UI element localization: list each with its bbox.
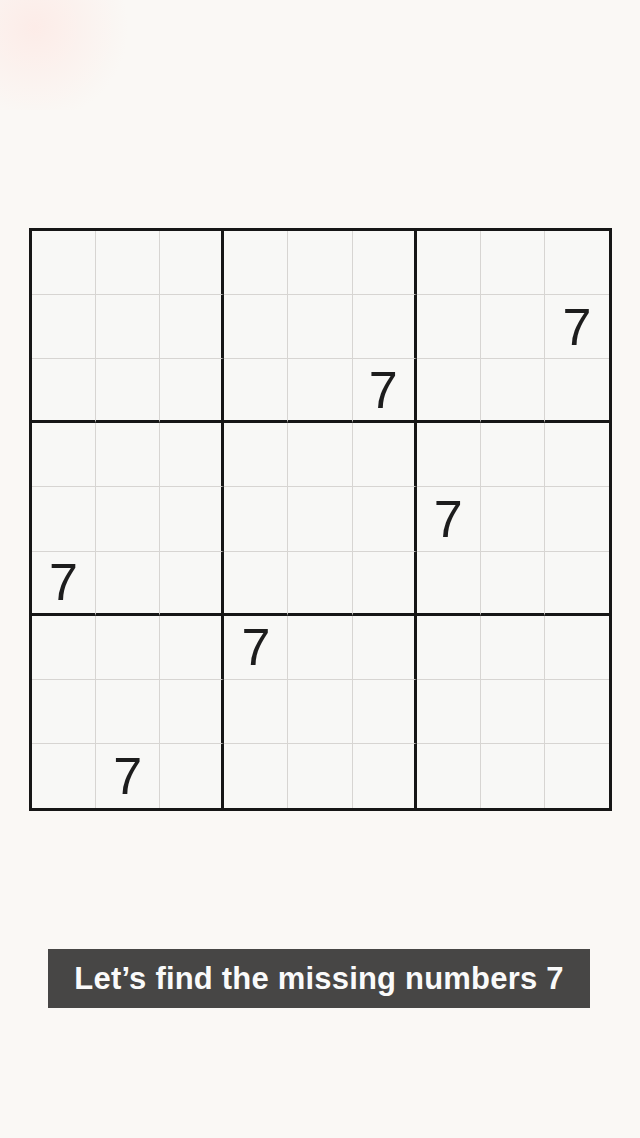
- sudoku-cell-r6c7[interactable]: [417, 552, 481, 616]
- sudoku-cell-r8c4[interactable]: [224, 680, 288, 744]
- sudoku-cell-r9c7[interactable]: [417, 744, 481, 808]
- sudoku-cell-r4c9[interactable]: [545, 423, 609, 487]
- sudoku-cell-r9c1[interactable]: [32, 744, 96, 808]
- sudoku-cell-r5c4[interactable]: [224, 487, 288, 551]
- sudoku-cell-r5c3[interactable]: [160, 487, 224, 551]
- sudoku-cell-r7c1[interactable]: [32, 616, 96, 680]
- sudoku-cell-r8c1[interactable]: [32, 680, 96, 744]
- sudoku-cell-r5c9[interactable]: [545, 487, 609, 551]
- sudoku-cell-r2c1[interactable]: [32, 295, 96, 359]
- sudoku-cell-r8c7[interactable]: [417, 680, 481, 744]
- sudoku-cell-r1c4[interactable]: [224, 231, 288, 295]
- sudoku-cell-r6c3[interactable]: [160, 552, 224, 616]
- page: 777777 Let’s find the missing numbers 7: [0, 0, 640, 1138]
- sudoku-cell-r3c4[interactable]: [224, 359, 288, 423]
- sudoku-cell-r7c8[interactable]: [481, 616, 545, 680]
- sudoku-cell-r9c8[interactable]: [481, 744, 545, 808]
- sudoku-cell-r8c6[interactable]: [353, 680, 417, 744]
- sudoku-cell-r3c3[interactable]: [160, 359, 224, 423]
- sudoku-cell-r5c8[interactable]: [481, 487, 545, 551]
- sudoku-cell-r6c2[interactable]: [96, 552, 160, 616]
- sudoku-cell-r8c8[interactable]: [481, 680, 545, 744]
- sudoku-cell-r7c4[interactable]: 7: [224, 616, 288, 680]
- sudoku-cell-r2c5[interactable]: [288, 295, 352, 359]
- sudoku-cell-r6c1[interactable]: 7: [32, 552, 96, 616]
- sudoku-cell-r8c5[interactable]: [288, 680, 352, 744]
- sudoku-cell-r3c9[interactable]: [545, 359, 609, 423]
- sudoku-cell-r1c1[interactable]: [32, 231, 96, 295]
- caption-text: Let’s find the missing numbers 7: [74, 963, 563, 994]
- sudoku-cell-r3c2[interactable]: [96, 359, 160, 423]
- sudoku-cell-r4c6[interactable]: [353, 423, 417, 487]
- sudoku-cell-r7c3[interactable]: [160, 616, 224, 680]
- sudoku-cell-r8c3[interactable]: [160, 680, 224, 744]
- sudoku-cell-r7c5[interactable]: [288, 616, 352, 680]
- sudoku-cell-r7c2[interactable]: [96, 616, 160, 680]
- caption-banner: Let’s find the missing numbers 7: [48, 949, 590, 1008]
- sudoku-cell-r2c6[interactable]: [353, 295, 417, 359]
- sudoku-cell-r1c9[interactable]: [545, 231, 609, 295]
- sudoku-cell-r1c5[interactable]: [288, 231, 352, 295]
- sudoku-cell-r6c4[interactable]: [224, 552, 288, 616]
- sudoku-cell-r7c9[interactable]: [545, 616, 609, 680]
- sudoku-cell-r4c5[interactable]: [288, 423, 352, 487]
- sudoku-cell-r4c7[interactable]: [417, 423, 481, 487]
- sudoku-cell-r8c2[interactable]: [96, 680, 160, 744]
- sudoku-cell-r3c7[interactable]: [417, 359, 481, 423]
- sudoku-cell-r9c6[interactable]: [353, 744, 417, 808]
- background-artifact: [0, 0, 140, 110]
- sudoku-cell-r3c1[interactable]: [32, 359, 96, 423]
- sudoku-cell-r5c6[interactable]: [353, 487, 417, 551]
- sudoku-cell-r2c4[interactable]: [224, 295, 288, 359]
- sudoku-cell-r9c3[interactable]: [160, 744, 224, 808]
- sudoku-cell-r1c8[interactable]: [481, 231, 545, 295]
- sudoku-cell-r3c8[interactable]: [481, 359, 545, 423]
- sudoku-cell-r4c1[interactable]: [32, 423, 96, 487]
- sudoku-cell-r5c5[interactable]: [288, 487, 352, 551]
- sudoku-cell-r4c8[interactable]: [481, 423, 545, 487]
- sudoku-cell-r6c5[interactable]: [288, 552, 352, 616]
- sudoku-cell-r5c1[interactable]: [32, 487, 96, 551]
- sudoku-cell-r7c7[interactable]: [417, 616, 481, 680]
- sudoku-cell-r9c2[interactable]: 7: [96, 744, 160, 808]
- sudoku-cell-r8c9[interactable]: [545, 680, 609, 744]
- sudoku-cell-r4c4[interactable]: [224, 423, 288, 487]
- sudoku-cell-r9c5[interactable]: [288, 744, 352, 808]
- sudoku-cell-r2c9[interactable]: 7: [545, 295, 609, 359]
- sudoku-cell-r4c3[interactable]: [160, 423, 224, 487]
- sudoku-cell-r1c6[interactable]: [353, 231, 417, 295]
- sudoku-cell-r9c4[interactable]: [224, 744, 288, 808]
- sudoku-cell-r4c2[interactable]: [96, 423, 160, 487]
- sudoku-cell-r1c7[interactable]: [417, 231, 481, 295]
- sudoku-cell-r2c3[interactable]: [160, 295, 224, 359]
- sudoku-cell-r2c7[interactable]: [417, 295, 481, 359]
- sudoku-cell-r2c2[interactable]: [96, 295, 160, 359]
- sudoku-cell-r1c3[interactable]: [160, 231, 224, 295]
- sudoku-cell-r1c2[interactable]: [96, 231, 160, 295]
- sudoku-board: 777777: [29, 228, 612, 811]
- sudoku-cell-r2c8[interactable]: [481, 295, 545, 359]
- sudoku-cell-r5c2[interactable]: [96, 487, 160, 551]
- sudoku-cell-r5c7[interactable]: 7: [417, 487, 481, 551]
- sudoku-cell-r6c9[interactable]: [545, 552, 609, 616]
- sudoku-cell-r3c5[interactable]: [288, 359, 352, 423]
- sudoku-cell-r9c9[interactable]: [545, 744, 609, 808]
- sudoku-cell-r6c8[interactable]: [481, 552, 545, 616]
- sudoku-cell-r7c6[interactable]: [353, 616, 417, 680]
- sudoku-cell-r3c6[interactable]: 7: [353, 359, 417, 423]
- sudoku-cell-r6c6[interactable]: [353, 552, 417, 616]
